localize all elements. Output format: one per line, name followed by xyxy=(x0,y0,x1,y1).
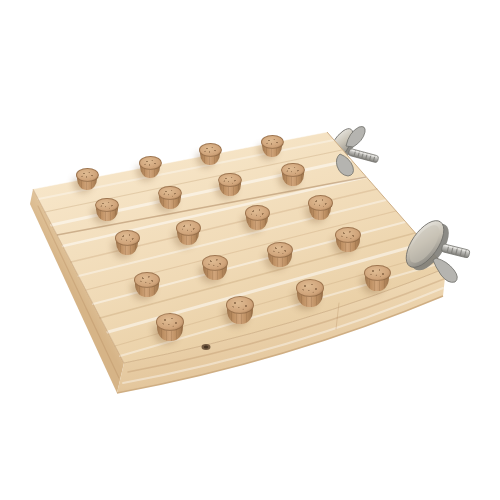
cork-peg-r1c1 xyxy=(76,168,99,191)
cork-peg-top xyxy=(202,255,228,271)
cork-peg-r2c4 xyxy=(281,163,305,187)
cork-peg-top xyxy=(296,279,324,296)
cork-peg-r5c4 xyxy=(364,265,391,292)
cork-peg-top xyxy=(335,227,361,243)
cork-peg-r2c1 xyxy=(95,198,119,222)
cork-peg-top xyxy=(245,205,270,221)
cork-peg-top xyxy=(115,230,140,246)
cork-peg-r1c3 xyxy=(199,143,222,166)
cork-peg-top xyxy=(176,220,201,236)
cork-peg-r2c3 xyxy=(218,173,242,197)
cork-peg-top xyxy=(261,135,284,149)
cork-peg-r3c4 xyxy=(308,195,333,220)
cork-peg-r1c4 xyxy=(261,135,284,158)
cork-peg-r4c2 xyxy=(202,255,228,281)
cork-peg-r3c3 xyxy=(245,205,270,230)
cork-peg-top xyxy=(308,195,333,211)
cork-peg-r4c1 xyxy=(134,272,160,298)
cork-peg-r3c2 xyxy=(176,220,201,245)
peg-layer xyxy=(0,0,500,500)
cork-peg-r5c1 xyxy=(156,313,184,341)
cork-peg-r2c2 xyxy=(158,186,182,210)
product-photo xyxy=(0,0,500,500)
cork-peg-r5c3 xyxy=(296,279,324,307)
cork-peg-r3c1 xyxy=(115,230,140,255)
cork-peg-top xyxy=(199,143,222,157)
cork-peg-top xyxy=(364,265,391,282)
cork-peg-r1c2 xyxy=(139,156,162,179)
cork-peg-top xyxy=(226,296,254,313)
cork-peg-top xyxy=(139,156,162,170)
cork-peg-top xyxy=(76,168,99,182)
cork-peg-r5c2 xyxy=(226,296,254,324)
cork-peg-top xyxy=(267,242,293,258)
cork-peg-r4c4 xyxy=(335,227,361,253)
cork-peg-top xyxy=(156,313,184,330)
cork-peg-r4c3 xyxy=(267,242,293,268)
cork-peg-top xyxy=(134,272,160,288)
